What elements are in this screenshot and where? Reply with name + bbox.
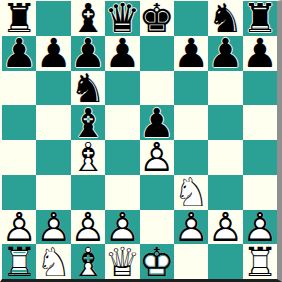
square-d7[interactable]: ♟ [105, 36, 139, 71]
square-f2[interactable]: ♟♙ [174, 210, 208, 245]
square-b4[interactable] [36, 140, 70, 175]
piece-black-pawn[interactable]: ♟ [36, 36, 70, 71]
white-piece-outline-glyph: ♙ [140, 140, 174, 175]
square-b1[interactable]: ♞♘ [36, 244, 70, 279]
square-h1[interactable]: ♜♖ [243, 244, 277, 279]
piece-black-pawn[interactable]: ♟ [208, 36, 242, 71]
chess-board-window: ♜♝♛♚♞♜♟♟♟♟♟♟♟♞♝♟♝♗♟♙♞♘♟♙♟♙♟♙♟♙♟♙♟♙♟♙♜♖♞♘… [0, 0, 282, 282]
piece-white-knight[interactable]: ♞♘ [36, 244, 70, 279]
square-c4[interactable]: ♝♗ [71, 140, 105, 175]
piece-black-king[interactable]: ♚ [140, 1, 174, 36]
chess-board: ♜♝♛♚♞♜♟♟♟♟♟♟♟♞♝♟♝♗♟♙♞♘♟♙♟♙♟♙♟♙♟♙♟♙♟♙♜♖♞♘… [2, 1, 277, 279]
square-d1[interactable]: ♛♕ [105, 244, 139, 279]
square-g2[interactable]: ♟♙ [208, 210, 242, 245]
white-piece-outline-glyph: ♖ [2, 244, 36, 279]
white-piece-outline-glyph: ♗ [71, 140, 105, 175]
white-piece-outline-glyph: ♘ [36, 244, 70, 279]
piece-black-pawn[interactable]: ♟ [243, 36, 277, 71]
square-g7[interactable]: ♟ [208, 36, 242, 71]
black-piece-glyph: ♟ [105, 36, 139, 71]
piece-white-rook[interactable]: ♜♖ [243, 244, 277, 279]
piece-white-pawn[interactable]: ♟♙ [174, 210, 208, 245]
black-piece-glyph: ♚ [140, 1, 174, 36]
black-piece-glyph: ♟ [36, 36, 70, 71]
black-piece-glyph: ♟ [243, 36, 277, 71]
black-piece-glyph: ♟ [208, 36, 242, 71]
piece-white-pawn[interactable]: ♟♙ [208, 210, 242, 245]
square-a5[interactable] [2, 105, 36, 140]
square-e8[interactable]: ♚ [140, 1, 174, 36]
square-d5[interactable] [105, 105, 139, 140]
square-d4[interactable] [105, 140, 139, 175]
piece-white-bishop[interactable]: ♝♗ [71, 140, 105, 175]
piece-white-queen[interactable]: ♛♕ [105, 244, 139, 279]
square-g4[interactable] [208, 140, 242, 175]
white-piece-outline-glyph: ♕ [105, 244, 139, 279]
piece-white-king[interactable]: ♚♔ [140, 244, 174, 279]
piece-black-pawn[interactable]: ♟ [2, 36, 36, 71]
white-piece-outline-glyph: ♙ [174, 210, 208, 245]
black-piece-glyph: ♟ [2, 36, 36, 71]
white-piece-outline-glyph: ♖ [243, 244, 277, 279]
square-f5[interactable] [174, 105, 208, 140]
piece-white-rook[interactable]: ♜♖ [2, 244, 36, 279]
square-a7[interactable]: ♟ [2, 36, 36, 71]
square-e1[interactable]: ♚♔ [140, 244, 174, 279]
white-piece-outline-glyph: ♔ [140, 244, 174, 279]
square-b7[interactable]: ♟ [36, 36, 70, 71]
square-f7[interactable]: ♟ [174, 36, 208, 71]
square-a4[interactable] [2, 140, 36, 175]
piece-black-pawn[interactable]: ♟ [174, 36, 208, 71]
square-h4[interactable] [243, 140, 277, 175]
square-h7[interactable]: ♟ [243, 36, 277, 71]
square-h5[interactable] [243, 105, 277, 140]
square-g5[interactable] [208, 105, 242, 140]
piece-white-bishop[interactable]: ♝♗ [71, 244, 105, 279]
square-e4[interactable]: ♟♙ [140, 140, 174, 175]
square-a1[interactable]: ♜♖ [2, 244, 36, 279]
piece-black-pawn[interactable]: ♟ [105, 36, 139, 71]
piece-white-pawn[interactable]: ♟♙ [140, 140, 174, 175]
black-piece-glyph: ♟ [174, 36, 208, 71]
square-c1[interactable]: ♝♗ [71, 244, 105, 279]
white-piece-outline-glyph: ♙ [208, 210, 242, 245]
square-b5[interactable] [36, 105, 70, 140]
white-piece-outline-glyph: ♗ [71, 244, 105, 279]
